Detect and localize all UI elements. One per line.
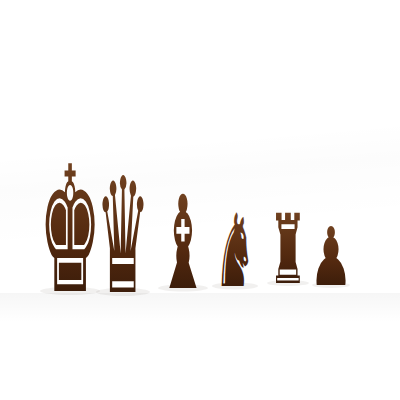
bishop-piece: ♝ bbox=[157, 168, 209, 319]
queen-piece: ♛ bbox=[96, 144, 151, 330]
knight-piece: ♞ bbox=[214, 192, 256, 310]
rook-piece: ♜ bbox=[269, 194, 307, 305]
chess-pieces-photo: ♚ ♛ ♝ ♞ ♜ ♟ bbox=[0, 0, 400, 400]
king-piece: ♚ bbox=[39, 128, 102, 332]
pawn-piece: ♟ bbox=[309, 210, 353, 305]
pieces-layer: ♚ ♛ ♝ ♞ ♜ ♟ bbox=[0, 0, 400, 400]
